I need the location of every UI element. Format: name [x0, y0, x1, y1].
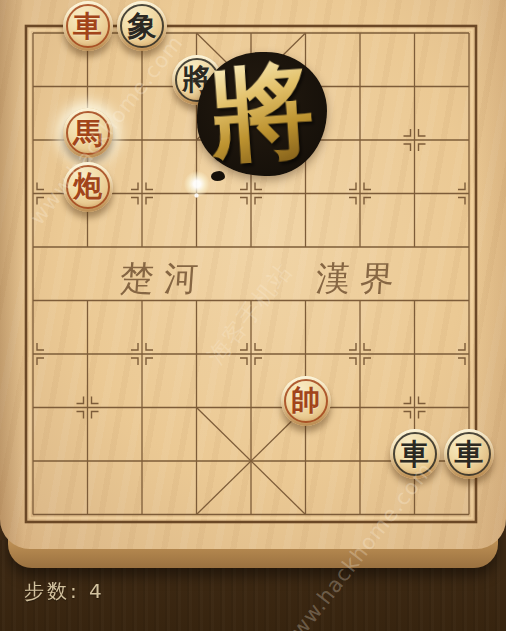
piece-ring: [66, 111, 110, 155]
check-stamp: 將: [197, 52, 327, 176]
piece-ring: [66, 165, 110, 209]
check-stamp-character: 將: [206, 57, 317, 168]
board-grid: [0, 0, 506, 549]
piece-black-general[interactable]: 將: [172, 55, 222, 105]
move-counter-label: 步数:: [24, 579, 80, 603]
move-counter: 步数: 4: [24, 578, 105, 605]
piece-ring: [393, 432, 437, 476]
piece-red-horse[interactable]: 馬: [63, 108, 113, 158]
piece-character: 車: [444, 429, 494, 479]
river-label-han-jie: 漢界: [298, 256, 421, 302]
piece-ring: [175, 58, 219, 102]
piece-character: 車: [390, 429, 440, 479]
watermark-text: www.hackhome.com: [25, 31, 187, 230]
piece-red-general[interactable]: 帥: [281, 376, 331, 426]
sparkle-effect: [184, 171, 210, 197]
piece-ring: [447, 432, 491, 476]
watermark-text: 海客手机站: [201, 257, 299, 371]
piece-red-chariot[interactable]: 車: [63, 1, 113, 51]
river-label-chu-he: 楚河: [102, 256, 225, 302]
piece-black-chariot[interactable]: 車: [444, 429, 494, 479]
piece-ring: [120, 4, 164, 48]
piece-character: 帥: [281, 376, 331, 426]
piece-character: 馬: [63, 108, 113, 158]
piece-character: 象: [117, 1, 167, 51]
xiangqi-board[interactable]: 楚河 漢界 車象將馬炮帥車車 將 www.hackhome.com 海客手机站: [0, 0, 506, 549]
piece-black-elephant[interactable]: 象: [117, 1, 167, 51]
piece-red-cannon[interactable]: 炮: [63, 162, 113, 212]
move-counter-value: 4: [89, 579, 105, 603]
piece-character: 將: [172, 55, 222, 105]
piece-ring: [284, 379, 328, 423]
piece-character: 炮: [63, 162, 113, 212]
piece-black-chariot[interactable]: 車: [390, 429, 440, 479]
piece-ring: [66, 4, 110, 48]
piece-character: 車: [63, 1, 113, 51]
